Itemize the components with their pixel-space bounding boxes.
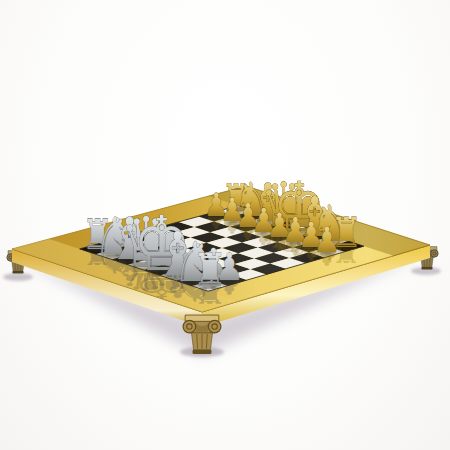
chess-board-3d: ♜♞♟♝♟♛♟♚♟♝♟♞♟♟♜♟♟♜♟♟♞♟♝♟♛♟♚♟♝♟♞♜♜♞♟♝♟♛♟♚… — [0, 0, 450, 450]
leg-contact-shadow — [3, 273, 33, 281]
chess-set-photo: ♜♞♟♝♟♛♟♚♟♝♟♞♟♟♜♟♟♜♟♟♞♟♝♟♛♟♚♟♝♟♞♜♜♞♟♝♟♛♟♚… — [0, 0, 450, 450]
piece-gold-p-h7[interactable]: ♟ — [313, 220, 340, 261]
piece-silver-r-h1[interactable]: ♜ — [192, 244, 227, 297]
